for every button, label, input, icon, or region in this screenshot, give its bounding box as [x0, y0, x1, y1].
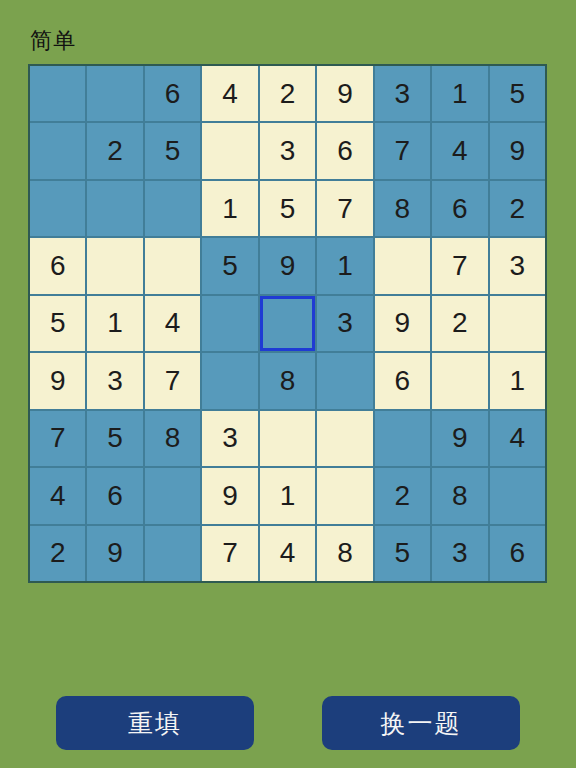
cell-r9c4[interactable]: 7 — [202, 526, 257, 581]
cell-r5c5[interactable] — [260, 296, 315, 351]
cell-r5c3[interactable]: 4 — [145, 296, 200, 351]
cell-r6c7[interactable]: 6 — [375, 353, 430, 408]
cell-r2c7[interactable]: 7 — [375, 123, 430, 178]
cell-r6c6[interactable] — [317, 353, 372, 408]
cell-r5c9[interactable] — [490, 296, 545, 351]
cell-r2c5[interactable]: 3 — [260, 123, 315, 178]
cell-r9c9[interactable]: 6 — [490, 526, 545, 581]
cell-r7c8[interactable]: 9 — [432, 411, 487, 466]
cell-r9c5[interactable]: 4 — [260, 526, 315, 581]
cell-r6c4[interactable] — [202, 353, 257, 408]
cell-r3c9[interactable]: 2 — [490, 181, 545, 236]
cell-r7c1[interactable]: 7 — [30, 411, 85, 466]
cell-r8c2[interactable]: 6 — [87, 468, 142, 523]
cell-r6c3[interactable]: 7 — [145, 353, 200, 408]
cell-r4c9[interactable]: 3 — [490, 238, 545, 293]
cell-r9c6[interactable]: 8 — [317, 526, 372, 581]
difficulty-label: 简单 — [30, 26, 76, 56]
cell-r2c6[interactable]: 6 — [317, 123, 372, 178]
cell-r8c3[interactable] — [145, 468, 200, 523]
cell-r4c1[interactable]: 6 — [30, 238, 85, 293]
cell-r1c2[interactable] — [87, 66, 142, 121]
cell-r7c7[interactable] — [375, 411, 430, 466]
cell-r5c8[interactable]: 2 — [432, 296, 487, 351]
cell-r7c6[interactable] — [317, 411, 372, 466]
cell-r1c8[interactable]: 1 — [432, 66, 487, 121]
cell-r6c2[interactable]: 3 — [87, 353, 142, 408]
cell-r9c3[interactable] — [145, 526, 200, 581]
sudoku-board: 6429315253674915786265917351439293786175… — [28, 64, 547, 583]
cell-r7c2[interactable]: 5 — [87, 411, 142, 466]
cell-r3c1[interactable] — [30, 181, 85, 236]
cell-r7c9[interactable]: 4 — [490, 411, 545, 466]
cell-r8c5[interactable]: 1 — [260, 468, 315, 523]
cell-r8c8[interactable]: 8 — [432, 468, 487, 523]
cell-r5c6[interactable]: 3 — [317, 296, 372, 351]
cell-r1c7[interactable]: 3 — [375, 66, 430, 121]
cell-r9c8[interactable]: 3 — [432, 526, 487, 581]
cell-r1c1[interactable] — [30, 66, 85, 121]
cell-r8c6[interactable] — [317, 468, 372, 523]
cell-r6c5[interactable]: 8 — [260, 353, 315, 408]
cell-r4c4[interactable]: 5 — [202, 238, 257, 293]
cell-r9c2[interactable]: 9 — [87, 526, 142, 581]
cell-r4c3[interactable] — [145, 238, 200, 293]
cell-r5c7[interactable]: 9 — [375, 296, 430, 351]
cell-r7c5[interactable] — [260, 411, 315, 466]
cell-r1c4[interactable]: 4 — [202, 66, 257, 121]
app-screen: 简单 6429315253674915786265917351439293786… — [0, 0, 576, 768]
cell-r7c4[interactable]: 3 — [202, 411, 257, 466]
cell-r3c8[interactable]: 6 — [432, 181, 487, 236]
cell-r4c2[interactable] — [87, 238, 142, 293]
cell-r2c9[interactable]: 9 — [490, 123, 545, 178]
cell-r1c3[interactable]: 6 — [145, 66, 200, 121]
cell-r8c9[interactable] — [490, 468, 545, 523]
cell-r9c1[interactable]: 2 — [30, 526, 85, 581]
cell-r6c9[interactable]: 1 — [490, 353, 545, 408]
cell-r6c1[interactable]: 9 — [30, 353, 85, 408]
cell-r1c9[interactable]: 5 — [490, 66, 545, 121]
cell-r4c7[interactable] — [375, 238, 430, 293]
cell-r8c4[interactable]: 9 — [202, 468, 257, 523]
cell-r2c2[interactable]: 2 — [87, 123, 142, 178]
cell-r3c5[interactable]: 5 — [260, 181, 315, 236]
cell-r3c2[interactable] — [87, 181, 142, 236]
cell-r3c6[interactable]: 7 — [317, 181, 372, 236]
cell-r8c7[interactable]: 2 — [375, 468, 430, 523]
cell-r2c4[interactable] — [202, 123, 257, 178]
cell-r2c3[interactable]: 5 — [145, 123, 200, 178]
cell-r5c2[interactable]: 1 — [87, 296, 142, 351]
cell-r3c3[interactable] — [145, 181, 200, 236]
new-puzzle-button[interactable]: 换一题 — [322, 696, 520, 750]
cell-r1c5[interactable]: 2 — [260, 66, 315, 121]
cell-r4c6[interactable]: 1 — [317, 238, 372, 293]
cell-r1c6[interactable]: 9 — [317, 66, 372, 121]
cell-r3c7[interactable]: 8 — [375, 181, 430, 236]
cell-r7c3[interactable]: 8 — [145, 411, 200, 466]
cell-r8c1[interactable]: 4 — [30, 468, 85, 523]
refill-button[interactable]: 重填 — [56, 696, 254, 750]
cell-r5c1[interactable]: 5 — [30, 296, 85, 351]
cell-r5c4[interactable] — [202, 296, 257, 351]
cell-r9c7[interactable]: 5 — [375, 526, 430, 581]
cell-r4c5[interactable]: 9 — [260, 238, 315, 293]
cell-r2c8[interactable]: 4 — [432, 123, 487, 178]
cell-r3c4[interactable]: 1 — [202, 181, 257, 236]
cell-r6c8[interactable] — [432, 353, 487, 408]
cell-r4c8[interactable]: 7 — [432, 238, 487, 293]
cell-r2c1[interactable] — [30, 123, 85, 178]
